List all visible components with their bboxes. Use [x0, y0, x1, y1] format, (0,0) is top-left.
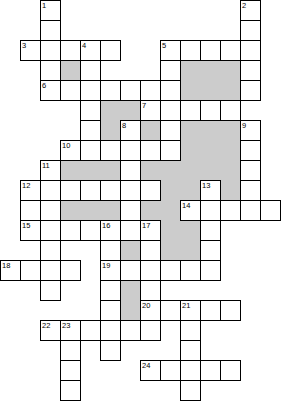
blocked-cell-r12c9 [180, 240, 201, 261]
cell-r15c11[interactable] [220, 300, 241, 321]
cell-r13c9[interactable] [180, 260, 201, 281]
clue-number-6: 6 [42, 81, 46, 90]
blocked-cell-r3c11 [220, 60, 241, 81]
blocked-cell-r8c9 [180, 160, 201, 181]
cell-r18c3[interactable] [60, 360, 81, 381]
cell-r11c10[interactable] [200, 220, 221, 241]
blocked-cell-r8c8 [160, 160, 181, 181]
blocked-cell-r7c11 [220, 140, 241, 161]
blocked-cell-r4c10 [200, 80, 221, 101]
blocked-cell-r9c9 [180, 180, 201, 201]
cell-r2c2[interactable] [40, 40, 61, 61]
cell-r12c7[interactable] [140, 240, 161, 261]
clue-number-15: 15 [22, 221, 30, 230]
cell-r5c10[interactable] [200, 100, 221, 121]
cell-r2c4[interactable]: 4 [80, 40, 101, 61]
cell-r16c3[interactable]: 23 [60, 320, 81, 341]
blocked-cell-r7c9 [180, 140, 201, 161]
blocked-cell-r4c9 [180, 80, 201, 101]
cell-r18c9[interactable] [180, 360, 201, 381]
cell-r9c4[interactable] [80, 180, 101, 201]
blocked-cell-r6c7 [140, 120, 161, 141]
cell-r9c12[interactable] [240, 180, 261, 201]
blocked-cell-r6c10 [200, 120, 221, 141]
blocked-cell-r3c10 [200, 60, 221, 81]
cell-r2c1[interactable]: 3 [20, 40, 41, 61]
blocked-cell-r10c3 [60, 200, 81, 221]
clue-number-12: 12 [22, 181, 30, 190]
cell-r11c6[interactable] [120, 220, 141, 241]
blocked-cell-r11c9 [180, 220, 201, 241]
cell-r0c2[interactable]: 1 [40, 0, 61, 21]
cell-r11c2[interactable] [40, 220, 61, 241]
cell-r13c8[interactable] [160, 260, 181, 281]
cell-r4c3[interactable] [60, 80, 81, 101]
blocked-cell-r6c5 [100, 120, 121, 141]
cell-r5c7[interactable]: 7 [140, 100, 161, 121]
cell-r16c4[interactable] [80, 320, 101, 341]
cell-r6c12[interactable]: 9 [240, 120, 261, 141]
cell-r19c9[interactable] [180, 380, 201, 401]
clue-number-4: 4 [82, 41, 86, 50]
clue-number-23: 23 [62, 321, 70, 330]
cell-r18c8[interactable] [160, 360, 181, 381]
cell-r8c6[interactable] [120, 160, 141, 181]
cell-r2c5[interactable] [100, 40, 121, 61]
cell-r15c5[interactable] [100, 300, 121, 321]
blocked-cell-r8c4 [80, 160, 101, 181]
blocked-cell-r14c6 [120, 280, 141, 301]
clue-number-16: 16 [102, 221, 110, 230]
cell-r12c5[interactable] [100, 240, 121, 261]
clue-number-19: 19 [102, 261, 110, 270]
cell-r19c3[interactable] [60, 380, 81, 401]
cell-r16c2[interactable]: 22 [40, 320, 61, 341]
cell-r4c8[interactable] [160, 80, 181, 101]
clue-number-2: 2 [242, 1, 246, 10]
clue-number-24: 24 [142, 361, 150, 370]
cell-r13c7[interactable] [140, 260, 161, 281]
cell-r13c10[interactable] [200, 260, 221, 281]
cell-r2c3[interactable] [60, 40, 81, 61]
cell-r16c7[interactable] [140, 320, 161, 341]
cell-r5c9[interactable] [180, 100, 201, 121]
cell-r7c4[interactable] [80, 140, 101, 161]
clue-number-22: 22 [42, 321, 50, 330]
cell-r11c4[interactable] [80, 220, 101, 241]
cell-r14c7[interactable] [140, 280, 161, 301]
clue-number-5: 5 [162, 41, 166, 50]
cell-r17c5[interactable] [100, 340, 121, 361]
cell-r12c2[interactable] [40, 240, 61, 261]
cell-r4c5[interactable] [100, 80, 121, 101]
cell-r4c7[interactable] [140, 80, 161, 101]
cell-r7c12[interactable] [240, 140, 261, 161]
cell-r4c2[interactable]: 6 [40, 80, 61, 101]
blocked-cell-r8c3 [60, 160, 81, 181]
cell-r9c10[interactable]: 13 [200, 180, 221, 201]
blocked-cell-r5c6 [120, 100, 141, 121]
cell-r13c0[interactable]: 18 [0, 260, 21, 281]
cell-r2c9[interactable] [180, 40, 201, 61]
cell-r3c12[interactable] [240, 60, 261, 81]
clue-number-10: 10 [62, 141, 70, 150]
cell-r6c4[interactable] [80, 120, 101, 141]
blocked-cell-r4c11 [220, 80, 241, 101]
clue-number-18: 18 [2, 261, 10, 270]
cell-r2c10[interactable] [200, 40, 221, 61]
cell-r16c9[interactable] [180, 320, 201, 341]
cell-r3c8[interactable] [160, 60, 181, 81]
clue-number-20: 20 [142, 301, 150, 310]
cell-r7c7[interactable] [140, 140, 161, 161]
cell-r17c9[interactable] [180, 340, 201, 361]
blocked-cell-r9c11 [220, 180, 241, 201]
blocked-cell-r6c11 [220, 120, 241, 141]
blocked-cell-r3c9 [180, 60, 201, 81]
cell-r3c4[interactable] [80, 60, 101, 81]
cell-r11c3[interactable] [60, 220, 81, 241]
cell-r13c1[interactable] [20, 260, 41, 281]
cell-r8c12[interactable] [240, 160, 261, 181]
blocked-cell-r15c6 [120, 300, 141, 321]
cell-r8c2[interactable]: 11 [40, 160, 61, 181]
cell-r15c8[interactable] [160, 300, 181, 321]
blocked-cell-r8c7 [140, 160, 161, 181]
cell-r3c2[interactable] [40, 60, 61, 81]
cell-r10c11[interactable] [220, 200, 241, 221]
cell-r1c12[interactable] [240, 20, 261, 41]
cell-r14c2[interactable] [40, 280, 61, 301]
cell-r13c2[interactable] [40, 260, 61, 281]
cell-r5c8[interactable] [160, 100, 181, 121]
cell-r2c11[interactable] [220, 40, 241, 61]
cell-r9c2[interactable] [40, 180, 61, 201]
cell-r13c5[interactable]: 19 [100, 260, 121, 281]
cell-r2c12[interactable] [240, 40, 261, 61]
clue-number-7: 7 [142, 101, 146, 110]
cell-r9c5[interactable] [100, 180, 121, 201]
clue-number-13: 13 [202, 181, 210, 190]
cell-r13c6[interactable] [120, 260, 141, 281]
clue-number-9: 9 [242, 121, 246, 130]
cell-r10c13[interactable] [260, 200, 281, 221]
cell-r11c7[interactable]: 17 [140, 220, 161, 241]
blocked-cell-r10c4 [80, 200, 101, 221]
cell-r18c10[interactable] [200, 360, 221, 381]
clue-number-11: 11 [42, 161, 50, 170]
blocked-cell-r7c10 [200, 140, 221, 161]
clue-number-14: 14 [182, 201, 190, 210]
blocked-cell-r10c7 [140, 200, 161, 221]
cell-r11c1[interactable]: 15 [20, 220, 41, 241]
blocked-cell-r8c10 [200, 160, 221, 181]
blocked-cell-r3c3 [60, 60, 81, 81]
clue-number-1: 1 [42, 1, 46, 10]
cell-r15c7[interactable]: 20 [140, 300, 161, 321]
cell-r16c5[interactable] [100, 320, 121, 341]
cell-r7c8[interactable] [160, 140, 181, 161]
cell-r0c12[interactable]: 2 [240, 0, 261, 21]
cell-r10c6[interactable] [120, 200, 141, 221]
clue-number-17: 17 [142, 221, 150, 230]
blocked-cell-r12c6 [120, 240, 141, 261]
cell-r7c5[interactable] [100, 140, 121, 161]
cell-r5c11[interactable] [220, 100, 241, 121]
cell-r16c6[interactable] [120, 320, 141, 341]
cell-r17c3[interactable] [60, 340, 81, 361]
cell-r10c9[interactable]: 14 [180, 200, 201, 221]
clue-number-3: 3 [22, 41, 26, 50]
cell-r10c10[interactable] [200, 200, 221, 221]
cell-r12c10[interactable] [200, 240, 221, 261]
blocked-cell-r9c8 [160, 180, 181, 201]
cell-r10c12[interactable] [240, 200, 261, 221]
cell-r4c12[interactable] [240, 80, 261, 101]
cell-r7c6[interactable] [120, 140, 141, 161]
blocked-cell-r5c5 [100, 100, 121, 121]
cell-r10c2[interactable] [40, 200, 61, 221]
blocked-cell-r11c8 [160, 220, 181, 241]
cell-r4c4[interactable] [80, 80, 101, 101]
cell-r9c1[interactable]: 12 [20, 180, 41, 201]
cell-r9c3[interactable] [60, 180, 81, 201]
cell-r18c11[interactable] [220, 360, 241, 381]
cell-r9c6[interactable] [120, 180, 141, 201]
clue-number-8: 8 [122, 121, 126, 130]
cell-r15c9[interactable]: 21 [180, 300, 201, 321]
cell-r15c10[interactable] [200, 300, 221, 321]
blocked-cell-r10c5 [100, 200, 121, 221]
cell-r2c8[interactable]: 5 [160, 40, 181, 61]
cell-r10c1[interactable] [20, 200, 41, 221]
crossword-grid: 123456789101112131415161718192021222324 [0, 0, 281, 401]
cell-r4c6[interactable] [120, 80, 141, 101]
cell-r18c7[interactable]: 24 [140, 360, 161, 381]
blocked-cell-r6c9 [180, 120, 201, 141]
clue-number-21: 21 [182, 301, 190, 310]
blocked-cell-r12c8 [160, 240, 181, 261]
blocked-cell-r8c11 [220, 160, 241, 181]
cell-r6c6[interactable]: 8 [120, 120, 141, 141]
cell-r9c7[interactable] [140, 180, 161, 201]
cell-r7c3[interactable]: 10 [60, 140, 81, 161]
cell-r1c2[interactable] [40, 20, 61, 41]
cell-r13c3[interactable] [60, 260, 81, 281]
cell-r6c8[interactable] [160, 120, 181, 141]
blocked-cell-r8c5 [100, 160, 121, 181]
cell-r5c4[interactable] [80, 100, 101, 121]
cell-r11c5[interactable]: 16 [100, 220, 121, 241]
cell-r14c5[interactable] [100, 280, 121, 301]
blocked-cell-r10c8 [160, 200, 181, 221]
